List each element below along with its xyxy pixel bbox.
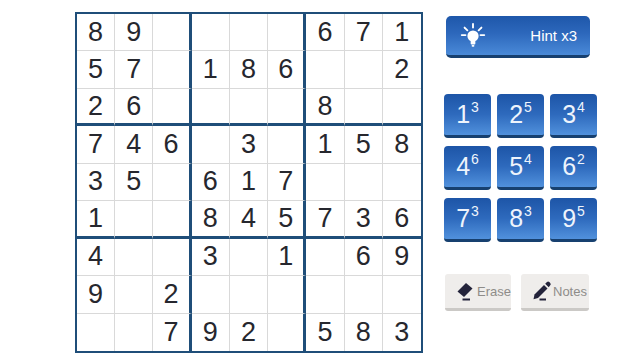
sudoku-cell-r1c2[interactable]: 9 xyxy=(115,14,153,51)
sudoku-cell-r6c7[interactable]: 7 xyxy=(306,201,344,238)
numpad-remaining-count: 2 xyxy=(577,152,585,166)
sudoku-cell-r3c3[interactable] xyxy=(153,89,191,126)
numpad-remaining-count: 4 xyxy=(524,152,532,166)
numpad-remaining-count: 3 xyxy=(471,204,479,218)
number-pad: 132534465462738395 xyxy=(444,94,597,242)
numpad-digit: 4 xyxy=(456,154,470,179)
sudoku-cell-r6c1[interactable]: 1 xyxy=(77,201,115,238)
sudoku-cell-r8c6[interactable] xyxy=(268,276,306,313)
sudoku-cell-r4c5[interactable]: 3 xyxy=(230,126,268,163)
sudoku-cell-r2c7[interactable] xyxy=(306,51,344,88)
sudoku-cell-r3c4[interactable] xyxy=(192,89,230,126)
sudoku-cell-r5c7[interactable] xyxy=(306,164,344,201)
sudoku-cell-r6c2[interactable] xyxy=(115,201,153,238)
sudoku-cell-r5c6[interactable]: 7 xyxy=(268,164,306,201)
sudoku-cell-r3c8[interactable] xyxy=(345,89,383,126)
sudoku-cell-r6c9[interactable]: 6 xyxy=(383,201,421,238)
sudoku-cell-r8c7[interactable] xyxy=(306,276,344,313)
sudoku-cell-r7c5[interactable] xyxy=(230,239,268,276)
numpad-button-9[interactable]: 95 xyxy=(550,198,597,242)
sudoku-cell-r9c8[interactable]: 8 xyxy=(345,314,383,351)
numpad-remaining-count: 6 xyxy=(471,152,479,166)
sudoku-cell-r5c2[interactable]: 5 xyxy=(115,164,153,201)
sudoku-cell-r4c9[interactable]: 8 xyxy=(383,126,421,163)
numpad-remaining-count: 3 xyxy=(524,204,532,218)
sudoku-cell-r8c1[interactable]: 9 xyxy=(77,276,115,313)
sudoku-cell-r9c3[interactable]: 7 xyxy=(153,314,191,351)
sudoku-cell-r1c5[interactable] xyxy=(230,14,268,51)
sudoku-cell-r8c5[interactable] xyxy=(230,276,268,313)
sudoku-cell-r8c4[interactable] xyxy=(192,276,230,313)
numpad-remaining-count: 5 xyxy=(524,100,532,114)
sudoku-cell-r3c5[interactable] xyxy=(230,89,268,126)
sudoku-cell-r4c1[interactable]: 7 xyxy=(77,126,115,163)
sudoku-cell-r4c8[interactable]: 5 xyxy=(345,126,383,163)
erase-label: Erase xyxy=(477,284,511,299)
sudoku-cell-r3c7[interactable]: 8 xyxy=(306,89,344,126)
sudoku-board: 8967157186226874631583561718457364316992… xyxy=(75,12,423,353)
sudoku-cell-r6c6[interactable]: 5 xyxy=(268,201,306,238)
sudoku-cell-r9c5[interactable]: 2 xyxy=(230,314,268,351)
sudoku-cell-r9c2[interactable] xyxy=(115,314,153,351)
sudoku-cell-r4c4[interactable] xyxy=(192,126,230,163)
eraser-icon xyxy=(453,279,477,303)
sudoku-cell-r4c7[interactable]: 1 xyxy=(306,126,344,163)
sudoku-cell-r1c8[interactable]: 7 xyxy=(345,14,383,51)
sudoku-cell-r9c7[interactable]: 5 xyxy=(306,314,344,351)
sudoku-cell-r2c4[interactable]: 1 xyxy=(192,51,230,88)
sudoku-cell-r3c6[interactable] xyxy=(268,89,306,126)
sudoku-cell-r6c5[interactable]: 4 xyxy=(230,201,268,238)
sudoku-cell-r4c2[interactable]: 4 xyxy=(115,126,153,163)
numpad-remaining-count: 3 xyxy=(471,100,479,114)
sudoku-cell-r7c3[interactable] xyxy=(153,239,191,276)
sudoku-cell-r5c5[interactable]: 1 xyxy=(230,164,268,201)
sudoku-cell-r6c3[interactable] xyxy=(153,201,191,238)
sudoku-cell-r5c1[interactable]: 3 xyxy=(77,164,115,201)
sudoku-cell-r9c9[interactable]: 3 xyxy=(383,314,421,351)
sudoku-cell-r5c9[interactable] xyxy=(383,164,421,201)
hint-label: Hint x3 xyxy=(530,27,577,44)
numpad-digit: 1 xyxy=(456,102,470,127)
numpad-digit: 5 xyxy=(509,154,523,179)
sudoku-cell-r7c2[interactable] xyxy=(115,239,153,276)
sudoku-cell-r8c2[interactable] xyxy=(115,276,153,313)
sudoku-cell-r2c2[interactable]: 7 xyxy=(115,51,153,88)
sudoku-cell-r2c3[interactable] xyxy=(153,51,191,88)
sudoku-cell-r4c3[interactable]: 6 xyxy=(153,126,191,163)
numpad-button-2[interactable]: 25 xyxy=(497,94,544,138)
sudoku-cell-r2c9[interactable]: 2 xyxy=(383,51,421,88)
sudoku-cell-r1c9[interactable]: 1 xyxy=(383,14,421,51)
sudoku-cell-r7c4[interactable]: 3 xyxy=(192,239,230,276)
sudoku-app: 8967157186226874631583561718457364316992… xyxy=(0,0,640,360)
numpad-button-6[interactable]: 62 xyxy=(550,146,597,190)
numpad-digit: 3 xyxy=(562,102,576,127)
numpad-button-8[interactable]: 83 xyxy=(497,198,544,242)
numpad-button-7[interactable]: 73 xyxy=(444,198,491,242)
sudoku-cell-r3c9[interactable] xyxy=(383,89,421,126)
sudoku-cell-r1c4[interactable] xyxy=(192,14,230,51)
sudoku-cell-r7c9[interactable]: 9 xyxy=(383,239,421,276)
sudoku-cell-r1c3[interactable] xyxy=(153,14,191,51)
numpad-digit: 9 xyxy=(562,206,576,231)
erase-button[interactable]: Erase xyxy=(445,274,511,311)
sudoku-cell-r7c8[interactable]: 6 xyxy=(345,239,383,276)
sudoku-cell-r5c3[interactable] xyxy=(153,164,191,201)
numpad-digit: 7 xyxy=(456,206,470,231)
numpad-digit: 6 xyxy=(562,154,576,179)
action-buttons: Erase Notes xyxy=(445,274,589,311)
sudoku-cell-r1c6[interactable] xyxy=(268,14,306,51)
sudoku-cell-r2c5[interactable]: 8 xyxy=(230,51,268,88)
sudoku-cell-r2c8[interactable] xyxy=(345,51,383,88)
numpad-remaining-count: 5 xyxy=(577,204,585,218)
sudoku-cell-r3c1[interactable]: 2 xyxy=(77,89,115,126)
numpad-button-1[interactable]: 13 xyxy=(444,94,491,138)
numpad-button-5[interactable]: 54 xyxy=(497,146,544,190)
sudoku-cell-r9c6[interactable] xyxy=(268,314,306,351)
sudoku-cell-r4c6[interactable] xyxy=(268,126,306,163)
sudoku-cell-r9c4[interactable]: 9 xyxy=(192,314,230,351)
numpad-digit: 2 xyxy=(509,102,523,127)
sudoku-cell-r1c1[interactable]: 8 xyxy=(77,14,115,51)
notes-button[interactable]: Notes xyxy=(521,274,589,311)
sudoku-cell-r1c7[interactable]: 6 xyxy=(306,14,344,51)
notes-label: Notes xyxy=(553,284,587,299)
numpad-remaining-count: 4 xyxy=(577,100,585,114)
hint-button[interactable]: Hint x3 xyxy=(446,16,590,58)
sudoku-cell-r3c2[interactable]: 6 xyxy=(115,89,153,126)
sudoku-cell-r7c1[interactable]: 4 xyxy=(77,239,115,276)
numpad-button-4[interactable]: 46 xyxy=(444,146,491,190)
sudoku-cell-r5c8[interactable] xyxy=(345,164,383,201)
sudoku-cell-r8c3[interactable]: 2 xyxy=(153,276,191,313)
numpad-digit: 8 xyxy=(509,206,523,231)
sudoku-cell-r2c1[interactable]: 5 xyxy=(77,51,115,88)
sudoku-cell-r7c7[interactable] xyxy=(306,239,344,276)
sudoku-cell-r7c6[interactable]: 1 xyxy=(268,239,306,276)
sudoku-cell-r6c4[interactable]: 8 xyxy=(192,201,230,238)
sudoku-cell-r8c9[interactable] xyxy=(383,276,421,313)
numpad-button-3[interactable]: 34 xyxy=(550,94,597,138)
lightbulb-icon xyxy=(458,21,488,51)
sudoku-cell-r8c8[interactable] xyxy=(345,276,383,313)
sudoku-cell-r6c8[interactable]: 3 xyxy=(345,201,383,238)
sudoku-cell-r2c6[interactable]: 6 xyxy=(268,51,306,88)
pencil-icon xyxy=(529,279,553,303)
sudoku-cell-r9c1[interactable] xyxy=(77,314,115,351)
sudoku-cell-r5c4[interactable]: 6 xyxy=(192,164,230,201)
